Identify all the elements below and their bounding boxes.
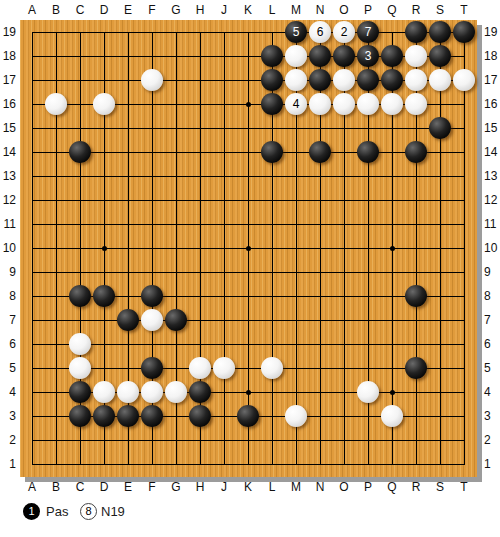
stone-white-N16 (309, 93, 331, 115)
col-label-top-E: E (116, 3, 140, 17)
stone-white-E4 (117, 381, 139, 403)
row-label-right-2: 2 (484, 432, 500, 448)
stone-black-C4 (69, 381, 91, 403)
stone-black-C3 (69, 405, 91, 427)
col-label-bottom-M: M (284, 480, 308, 494)
stone-black-P14 (357, 141, 379, 163)
row-label-left-5: 5 (0, 360, 16, 376)
move-number-7: 7 (357, 21, 379, 43)
move-number-5: 5 (285, 21, 307, 43)
stone-black-Q18 (381, 45, 403, 67)
row-label-left-10: 10 (0, 240, 16, 256)
stone-white-B16 (45, 93, 67, 115)
stone-white-H5 (189, 357, 211, 379)
col-label-top-A: A (20, 3, 44, 17)
stone-white-D16 (93, 93, 115, 115)
col-label-bottom-T: T (452, 480, 476, 494)
row-label-left-4: 4 (0, 384, 16, 400)
col-label-bottom-S: S (428, 480, 452, 494)
row-label-left-18: 18 (0, 48, 16, 64)
go-app-window: ABCDEFGHJKLMNOPQRST ABCDEFGHJKLMNOPQRST … (0, 0, 500, 537)
col-label-top-J: J (212, 3, 236, 17)
stone-white-D4 (93, 381, 115, 403)
row-label-right-6: 6 (484, 336, 500, 352)
row-label-right-8: 8 (484, 288, 500, 304)
stone-black-S18 (429, 45, 451, 67)
row-label-left-6: 6 (0, 336, 16, 352)
stone-black-P19: 7 (357, 21, 379, 43)
stone-white-Q16 (381, 93, 403, 115)
col-label-bottom-F: F (140, 480, 164, 494)
row-label-left-19: 19 (0, 24, 16, 40)
stone-black-D8 (93, 285, 115, 307)
row-label-right-17: 17 (484, 72, 500, 88)
stone-white-M3 (285, 405, 307, 427)
stone-black-L16 (261, 93, 283, 115)
col-label-bottom-B: B (44, 480, 68, 494)
stone-black-H3 (189, 405, 211, 427)
stone-white-F4 (141, 381, 163, 403)
col-label-top-D: D (92, 3, 116, 17)
col-label-top-K: K (236, 3, 260, 17)
col-label-top-B: B (44, 3, 68, 17)
stone-black-L18 (261, 45, 283, 67)
stone-black-G7 (165, 309, 187, 331)
stone-white-M17 (285, 69, 307, 91)
col-label-bottom-Q: Q (380, 480, 404, 494)
col-label-bottom-G: G (164, 480, 188, 494)
move-caption: 1 Pas 8 N19 (0, 501, 500, 525)
stone-black-C8 (69, 285, 91, 307)
col-label-top-C: C (68, 3, 92, 17)
col-label-bottom-K: K (236, 480, 260, 494)
stone-black-S19 (429, 21, 451, 43)
stone-white-O17 (333, 69, 355, 91)
col-label-bottom-L: L (260, 480, 284, 494)
caption-move-1-stone: 1 (23, 503, 40, 520)
stone-white-R18 (405, 45, 427, 67)
col-label-bottom-D: D (92, 480, 116, 494)
row-label-right-16: 16 (484, 96, 500, 112)
star-point-K16 (246, 102, 251, 107)
col-label-top-N: N (308, 3, 332, 17)
stone-black-R14 (405, 141, 427, 163)
stone-black-R19 (405, 21, 427, 43)
stone-white-F17 (141, 69, 163, 91)
stone-black-N18 (309, 45, 331, 67)
stone-black-K3 (237, 405, 259, 427)
stone-black-N17 (309, 69, 331, 91)
stone-black-R5 (405, 357, 427, 379)
go-board[interactable]: 573624 (20, 20, 477, 477)
col-label-top-P: P (356, 3, 380, 17)
stone-black-L17 (261, 69, 283, 91)
stone-white-R16 (405, 93, 427, 115)
stone-black-C14 (69, 141, 91, 163)
row-label-right-14: 14 (484, 144, 500, 160)
stone-white-C5 (69, 357, 91, 379)
row-label-left-1: 1 (0, 456, 16, 472)
stone-white-N19: 6 (309, 21, 331, 43)
stone-black-M19: 5 (285, 21, 307, 43)
stone-black-E7 (117, 309, 139, 331)
row-label-left-15: 15 (0, 120, 16, 136)
row-label-right-15: 15 (484, 120, 500, 136)
row-label-right-5: 5 (484, 360, 500, 376)
stone-black-R8 (405, 285, 427, 307)
stone-black-S15 (429, 117, 451, 139)
stone-black-F8 (141, 285, 163, 307)
star-point-D10 (102, 246, 107, 251)
move-number-6: 6 (309, 21, 331, 43)
row-label-left-7: 7 (0, 312, 16, 328)
stone-white-O16 (333, 93, 355, 115)
stone-white-M16: 4 (285, 93, 307, 115)
stone-black-P17 (357, 69, 379, 91)
row-label-left-16: 16 (0, 96, 16, 112)
row-label-left-3: 3 (0, 408, 16, 424)
stone-black-O18 (333, 45, 355, 67)
row-label-right-9: 9 (484, 264, 500, 280)
row-label-left-17: 17 (0, 72, 16, 88)
col-label-top-H: H (188, 3, 212, 17)
row-label-left-9: 9 (0, 264, 16, 280)
stone-white-Q3 (381, 405, 403, 427)
col-label-top-Q: Q (380, 3, 404, 17)
col-label-bottom-A: A (20, 480, 44, 494)
stone-white-S17 (429, 69, 451, 91)
move-number-2: 2 (333, 21, 355, 43)
stone-black-H4 (189, 381, 211, 403)
row-label-right-3: 3 (484, 408, 500, 424)
row-label-right-7: 7 (484, 312, 500, 328)
stone-white-C6 (69, 333, 91, 355)
stone-black-E3 (117, 405, 139, 427)
row-label-right-11: 11 (484, 216, 500, 232)
stone-white-P16 (357, 93, 379, 115)
row-label-right-13: 13 (484, 168, 500, 184)
star-point-Q4 (390, 390, 395, 395)
stone-white-G4 (165, 381, 187, 403)
move-number-3: 3 (357, 45, 379, 67)
stone-white-P4 (357, 381, 379, 403)
col-label-top-G: G (164, 3, 188, 17)
stone-black-F5 (141, 357, 163, 379)
star-point-Q10 (390, 246, 395, 251)
stone-white-O19: 2 (333, 21, 355, 43)
stone-black-N14 (309, 141, 331, 163)
col-label-bottom-C: C (68, 480, 92, 494)
stone-white-M18 (285, 45, 307, 67)
row-label-left-8: 8 (0, 288, 16, 304)
move-number-4: 4 (285, 93, 307, 115)
stone-white-F7 (141, 309, 163, 331)
col-label-bottom-O: O (332, 480, 356, 494)
caption-move-8-label: N19 (101, 504, 125, 519)
col-label-bottom-J: J (212, 480, 236, 494)
col-label-top-R: R (404, 3, 428, 17)
row-label-right-10: 10 (484, 240, 500, 256)
row-label-right-1: 1 (484, 456, 500, 472)
col-label-top-M: M (284, 3, 308, 17)
col-label-bottom-N: N (308, 480, 332, 494)
star-point-K4 (246, 390, 251, 395)
col-label-bottom-E: E (116, 480, 140, 494)
stone-black-Q17 (381, 69, 403, 91)
row-label-right-19: 19 (484, 24, 500, 40)
stone-black-L14 (261, 141, 283, 163)
caption-move-8-stone: 8 (80, 503, 97, 520)
col-label-top-F: F (140, 3, 164, 17)
col-label-top-T: T (452, 3, 476, 17)
row-label-left-13: 13 (0, 168, 16, 184)
row-label-right-12: 12 (484, 192, 500, 208)
col-label-bottom-H: H (188, 480, 212, 494)
col-label-top-O: O (332, 3, 356, 17)
col-label-bottom-P: P (356, 480, 380, 494)
star-point-K10 (246, 246, 251, 251)
stone-white-R17 (405, 69, 427, 91)
stone-black-T19 (453, 21, 475, 43)
stone-black-D3 (93, 405, 115, 427)
stone-white-T17 (453, 69, 475, 91)
row-label-right-4: 4 (484, 384, 500, 400)
stone-black-F3 (141, 405, 163, 427)
caption-move-1-label: Pas (46, 504, 68, 519)
stone-white-L5 (261, 357, 283, 379)
row-label-left-2: 2 (0, 432, 16, 448)
stone-black-P18: 3 (357, 45, 379, 67)
row-label-left-14: 14 (0, 144, 16, 160)
col-label-top-L: L (260, 3, 284, 17)
row-label-left-12: 12 (0, 192, 16, 208)
row-label-left-11: 11 (0, 216, 16, 232)
stone-white-J5 (213, 357, 235, 379)
col-label-bottom-R: R (404, 480, 428, 494)
col-label-top-S: S (428, 3, 452, 17)
row-label-right-18: 18 (484, 48, 500, 64)
